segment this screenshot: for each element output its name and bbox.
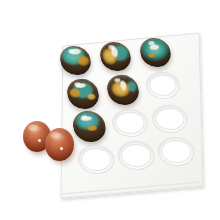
mold-cavity-r4c1: [72, 141, 119, 178]
mold-cavity-r3c3: [145, 100, 192, 137]
mold-cavity-r1c1: [52, 42, 99, 79]
terracotta-bonbon-2: [45, 128, 74, 161]
empty-cavity: [75, 143, 117, 176]
empty-cavity: [108, 106, 149, 138]
mold-cavity-r4c3: [152, 133, 199, 170]
marbled-bonbon: [57, 44, 93, 76]
mold-cavity-r2c3: [138, 67, 185, 104]
mold-cavity-r1c3: [132, 34, 179, 71]
marbled-bonbon: [70, 109, 109, 143]
marbled-bonbon: [97, 40, 133, 72]
empty-cavity: [115, 139, 157, 172]
mold-cavity-r3c2: [105, 104, 152, 141]
empty-cavity: [148, 102, 189, 134]
mold-cavity-r2c2: [98, 71, 145, 108]
mold-cavity-r1c2: [92, 38, 139, 75]
marbled-bonbon: [63, 76, 100, 109]
mold-cavity-r2c1: [58, 75, 105, 112]
scene: [0, 0, 220, 220]
empty-cavity: [143, 70, 182, 100]
empty-cavity: [155, 135, 197, 168]
marbled-bonbon: [103, 72, 140, 105]
mold-cavity-r4c2: [112, 137, 159, 174]
marbled-bonbon: [137, 36, 173, 68]
